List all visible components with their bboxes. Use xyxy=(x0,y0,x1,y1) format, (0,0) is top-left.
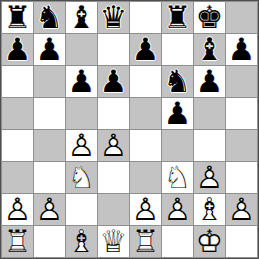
square-g2[interactable]: ♝♗ xyxy=(194,194,225,225)
square-a5[interactable] xyxy=(2,98,33,129)
square-b3[interactable] xyxy=(34,162,65,193)
piece-black-knight-icon: ♞ xyxy=(34,2,65,33)
piece-white-pawn-icon: ♟♙ xyxy=(130,194,161,225)
white-piece-outline: ♕ xyxy=(98,226,129,257)
square-c4[interactable]: ♟♙ xyxy=(66,130,97,161)
square-f1[interactable] xyxy=(162,226,193,257)
piece-black-pawn-icon: ♟ xyxy=(66,66,97,97)
white-piece-outline: ♖ xyxy=(130,226,161,257)
square-g3[interactable]: ♟♙ xyxy=(194,162,225,193)
piece-white-bishop-icon: ♝♗ xyxy=(194,194,225,225)
piece-white-pawn-icon: ♟♙ xyxy=(2,194,33,225)
white-piece-outline: ♙ xyxy=(2,194,33,225)
square-c3[interactable]: ♞♘ xyxy=(66,162,97,193)
square-c7[interactable] xyxy=(66,34,97,65)
square-b8[interactable]: ♞ xyxy=(34,2,65,33)
piece-white-pawn-icon: ♟♙ xyxy=(226,194,257,225)
square-h3[interactable] xyxy=(226,162,257,193)
square-h5[interactable] xyxy=(226,98,257,129)
piece-white-queen-icon: ♛♕ xyxy=(98,226,129,257)
white-piece-outline: ♗ xyxy=(66,226,97,257)
square-a7[interactable]: ♟ xyxy=(2,34,33,65)
square-a2[interactable]: ♟♙ xyxy=(2,194,33,225)
piece-black-pawn-icon: ♟ xyxy=(162,98,193,129)
square-d7[interactable] xyxy=(98,34,129,65)
piece-white-pawn-icon: ♟♙ xyxy=(162,194,193,225)
square-e4[interactable] xyxy=(130,130,161,161)
white-piece-outline: ♘ xyxy=(162,162,193,193)
piece-black-pawn-icon: ♟ xyxy=(34,34,65,65)
square-g5[interactable] xyxy=(194,98,225,129)
piece-black-bishop-icon: ♝ xyxy=(66,2,97,33)
square-f3[interactable]: ♞♘ xyxy=(162,162,193,193)
square-e6[interactable] xyxy=(130,66,161,97)
square-f8[interactable]: ♜ xyxy=(162,2,193,33)
square-e5[interactable] xyxy=(130,98,161,129)
piece-white-knight-icon: ♞♘ xyxy=(162,162,193,193)
square-b4[interactable] xyxy=(34,130,65,161)
square-d8[interactable]: ♛ xyxy=(98,2,129,33)
square-d1[interactable]: ♛♕ xyxy=(98,226,129,257)
piece-white-pawn-icon: ♟♙ xyxy=(34,194,65,225)
square-b5[interactable] xyxy=(34,98,65,129)
square-c1[interactable]: ♝♗ xyxy=(66,226,97,257)
piece-black-bishop-icon: ♝ xyxy=(194,34,225,65)
white-piece-outline: ♙ xyxy=(66,130,97,161)
piece-black-pawn-icon: ♟ xyxy=(2,34,33,65)
square-b6[interactable] xyxy=(34,66,65,97)
square-e2[interactable]: ♟♙ xyxy=(130,194,161,225)
piece-white-bishop-icon: ♝♗ xyxy=(66,226,97,257)
square-e8[interactable] xyxy=(130,2,161,33)
square-g1[interactable]: ♚♔ xyxy=(194,226,225,257)
chess-board: ♜♞♝♛♜♚♟♟♟♝♟♟♟♞♟♟♟♙♟♙♞♘♞♘♟♙♟♙♟♙♟♙♟♙♝♗♟♙♜♖… xyxy=(0,0,259,259)
square-b1[interactable] xyxy=(34,226,65,257)
square-g6[interactable]: ♟ xyxy=(194,66,225,97)
square-d3[interactable] xyxy=(98,162,129,193)
square-d6[interactable]: ♟ xyxy=(98,66,129,97)
square-c2[interactable] xyxy=(66,194,97,225)
piece-black-knight-icon: ♞ xyxy=(162,66,193,97)
square-h2[interactable]: ♟♙ xyxy=(226,194,257,225)
white-piece-outline: ♙ xyxy=(34,194,65,225)
square-d4[interactable]: ♟♙ xyxy=(98,130,129,161)
white-piece-outline: ♙ xyxy=(194,162,225,193)
square-c5[interactable] xyxy=(66,98,97,129)
square-b2[interactable]: ♟♙ xyxy=(34,194,65,225)
piece-white-rook-icon: ♜♖ xyxy=(130,226,161,257)
square-a6[interactable] xyxy=(2,66,33,97)
square-f2[interactable]: ♟♙ xyxy=(162,194,193,225)
square-a1[interactable]: ♜♖ xyxy=(2,226,33,257)
white-piece-outline: ♙ xyxy=(226,194,257,225)
piece-white-king-icon: ♚♔ xyxy=(194,226,225,257)
square-h8[interactable] xyxy=(226,2,257,33)
square-g4[interactable] xyxy=(194,130,225,161)
white-piece-outline: ♙ xyxy=(162,194,193,225)
square-g7[interactable]: ♝ xyxy=(194,34,225,65)
piece-black-rook-icon: ♜ xyxy=(162,2,193,33)
white-piece-outline: ♙ xyxy=(130,194,161,225)
square-d5[interactable] xyxy=(98,98,129,129)
piece-white-pawn-icon: ♟♙ xyxy=(98,130,129,161)
white-piece-outline: ♗ xyxy=(194,194,225,225)
piece-white-rook-icon: ♜♖ xyxy=(2,226,33,257)
square-h4[interactable] xyxy=(226,130,257,161)
piece-black-rook-icon: ♜ xyxy=(2,2,33,33)
square-h7[interactable]: ♟ xyxy=(226,34,257,65)
square-g8[interactable]: ♚ xyxy=(194,2,225,33)
piece-black-pawn-icon: ♟ xyxy=(194,66,225,97)
piece-black-pawn-icon: ♟ xyxy=(98,66,129,97)
square-d2[interactable] xyxy=(98,194,129,225)
piece-white-knight-icon: ♞♘ xyxy=(66,162,97,193)
white-piece-outline: ♖ xyxy=(2,226,33,257)
white-piece-outline: ♔ xyxy=(194,226,225,257)
square-e1[interactable]: ♜♖ xyxy=(130,226,161,257)
square-f6[interactable]: ♞ xyxy=(162,66,193,97)
square-h1[interactable] xyxy=(226,226,257,257)
square-f4[interactable] xyxy=(162,130,193,161)
square-f5[interactable]: ♟ xyxy=(162,98,193,129)
square-e7[interactable]: ♟ xyxy=(130,34,161,65)
square-h6[interactable] xyxy=(226,66,257,97)
square-a4[interactable] xyxy=(2,130,33,161)
piece-black-pawn-icon: ♟ xyxy=(226,34,257,65)
white-piece-outline: ♙ xyxy=(98,130,129,161)
piece-black-king-icon: ♚ xyxy=(194,2,225,33)
square-a8[interactable]: ♜ xyxy=(2,2,33,33)
square-c8[interactable]: ♝ xyxy=(66,2,97,33)
square-b7[interactable]: ♟ xyxy=(34,34,65,65)
square-f7[interactable] xyxy=(162,34,193,65)
piece-black-pawn-icon: ♟ xyxy=(130,34,161,65)
piece-white-pawn-icon: ♟♙ xyxy=(194,162,225,193)
piece-black-queen-icon: ♛ xyxy=(98,2,129,33)
white-piece-outline: ♘ xyxy=(66,162,97,193)
square-a3[interactable] xyxy=(2,162,33,193)
square-e3[interactable] xyxy=(130,162,161,193)
piece-white-pawn-icon: ♟♙ xyxy=(66,130,97,161)
square-c6[interactable]: ♟ xyxy=(66,66,97,97)
